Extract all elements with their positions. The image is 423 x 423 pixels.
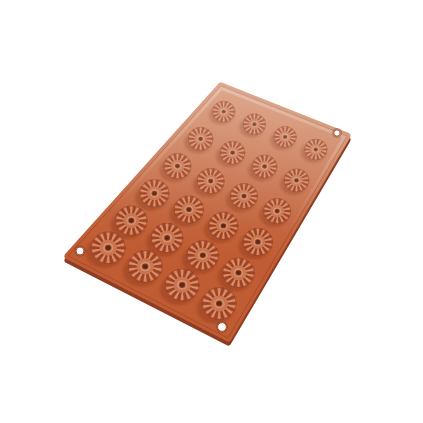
left-corner-hole: [76, 247, 84, 255]
product-photo: [0, 0, 423, 423]
near-corner-hole: [218, 323, 227, 332]
right-corner-hole: [334, 130, 340, 136]
baking-mold-illustration: [0, 0, 423, 423]
mold-sheen: [68, 86, 347, 338]
